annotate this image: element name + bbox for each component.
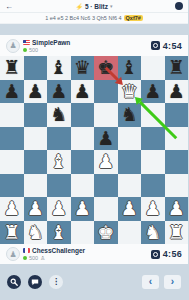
square-b7[interactable]: ♟ (24, 80, 48, 104)
piece-black-pawn: ♟ (27, 80, 44, 104)
square-b6[interactable] (24, 103, 48, 127)
square-d3[interactable] (71, 174, 95, 198)
square-h6[interactable] (165, 103, 189, 127)
back-arrow-icon[interactable]: ← (5, 0, 13, 13)
square-d6[interactable] (71, 103, 95, 127)
square-c2[interactable]: ♟ (47, 197, 71, 221)
piece-black-pawn: ♟ (50, 80, 67, 104)
square-g4[interactable] (141, 150, 165, 174)
square-g2[interactable]: ♟ (141, 197, 165, 221)
clock-icon (151, 250, 160, 259)
opponent-player-row: ♟ SimplePawn 500 4:54 (0, 35, 188, 56)
square-b2[interactable]: ♟ (24, 197, 48, 221)
piece-black-knight: ♞ (50, 103, 67, 127)
square-f2[interactable]: ♟ (118, 197, 142, 221)
player-time: 4:56 (163, 249, 182, 259)
square-d7[interactable]: ♟ (71, 80, 95, 104)
piece-white-pawn: ♟ (97, 150, 114, 174)
square-e8[interactable]: ♚ (94, 56, 118, 80)
square-g7[interactable]: ♟ (141, 80, 165, 104)
player-avatar[interactable]: ♟ (6, 247, 20, 261)
piece-white-pawn: ♟ (121, 197, 138, 221)
square-f3[interactable] (118, 174, 142, 198)
square-h2[interactable]: ♟ (165, 197, 189, 221)
app-bar: ← ⚡ 5 · Blitz ▾ (0, 0, 188, 13)
square-c7[interactable]: ♟ (47, 80, 71, 104)
more-options-icon[interactable] (175, 2, 183, 10)
square-a5[interactable] (0, 127, 24, 151)
square-e4[interactable]: ♟ (94, 150, 118, 174)
square-h4[interactable] (165, 150, 189, 174)
square-e5[interactable]: ♟ (94, 127, 118, 151)
game-type-title: 5 · Blitz (85, 3, 108, 10)
square-a8[interactable]: ♜ (0, 56, 24, 80)
player-flag-icon (23, 248, 30, 253)
chat-button[interactable] (28, 275, 42, 289)
piece-black-pawn: ♟ (3, 80, 20, 104)
clock-icon (151, 41, 160, 50)
square-g3[interactable] (141, 174, 165, 198)
piece-black-bishop: ♝ (50, 56, 67, 80)
piece-black-bishop: ♝ (121, 56, 138, 80)
opponent-rating: 500 (29, 47, 38, 53)
square-a2[interactable]: ♟ (0, 197, 24, 221)
square-f6[interactable]: ♞ (118, 103, 142, 127)
piece-white-king: ♚ (97, 221, 114, 245)
vertical-dots-icon: ⋮ (52, 275, 60, 289)
square-d2[interactable]: ♟ (71, 197, 95, 221)
piece-white-bishop: ♝ (50, 150, 67, 174)
piece-white-pawn: ♟ (74, 197, 91, 221)
square-d8[interactable]: ♛ (71, 56, 95, 80)
piece-white-pawn: ♟ (168, 197, 185, 221)
pawn-icon: ♙ (40, 256, 45, 261)
chat-bubble-icon (31, 278, 39, 286)
square-b3[interactable] (24, 174, 48, 198)
square-a4[interactable] (0, 150, 24, 174)
square-d4[interactable] (71, 150, 95, 174)
piece-white-pawn: ♟ (144, 197, 161, 221)
square-b8[interactable] (24, 56, 48, 80)
online-status-dot (23, 48, 27, 52)
square-a1[interactable]: ♜ (0, 221, 24, 245)
spacer (0, 24, 188, 35)
square-d1[interactable] (71, 221, 95, 245)
current-move-highlight[interactable]: Qxf7# (124, 15, 143, 21)
opponent-flag-icon (23, 40, 30, 45)
square-h3[interactable] (165, 174, 189, 198)
game-type-selector[interactable]: ⚡ 5 · Blitz ▾ (75, 3, 112, 10)
square-g6[interactable] (141, 103, 165, 127)
piece-black-king: ♚ (97, 56, 114, 80)
piece-white-rook: ♜ (168, 221, 185, 245)
piece-black-pawn: ♟ (168, 80, 185, 104)
move-list[interactable]: 1 e4 e5 2 Bc4 Nc6 3 Qh5 Nf6 4 Qxf7# (0, 13, 188, 24)
player-rating: 500 (29, 255, 38, 261)
bottom-toolbar: ⋮ ‹ › (0, 264, 188, 300)
square-c3[interactable] (47, 174, 71, 198)
piece-black-rook: ♜ (3, 56, 20, 80)
square-a3[interactable] (0, 174, 24, 198)
square-c5[interactable] (47, 127, 71, 151)
player-name[interactable]: ChessChallenger (32, 247, 85, 254)
opponent-clock: 4:54 (151, 41, 182, 51)
blitz-bolt-icon: ⚡ (75, 3, 83, 10)
square-g1[interactable]: ♞ (141, 221, 165, 245)
square-f4[interactable] (118, 150, 142, 174)
square-b5[interactable] (24, 127, 48, 151)
square-e3[interactable] (94, 174, 118, 198)
square-c6[interactable]: ♞ (47, 103, 71, 127)
piece-white-bishop: ♝ (50, 221, 67, 245)
piece-black-queen: ♛ (74, 56, 91, 80)
square-f5[interactable] (118, 127, 142, 151)
piece-black-pawn: ♟ (144, 80, 161, 104)
opponent-name[interactable]: SimplePawn (32, 39, 70, 46)
square-d5[interactable] (71, 127, 95, 151)
online-status-dot (23, 256, 27, 260)
square-b4[interactable] (24, 150, 48, 174)
piece-black-knight: ♞ (121, 103, 138, 127)
square-e1[interactable]: ♚ (94, 221, 118, 245)
square-a7[interactable]: ♟ (0, 80, 24, 104)
moves-text: 1 e4 e5 2 Bc4 Nc6 3 Qh5 Nf6 4 (45, 15, 121, 21)
square-g5[interactable] (141, 127, 165, 151)
square-c4[interactable]: ♝ (47, 150, 71, 174)
opponent-avatar[interactable]: ♟ (6, 39, 20, 53)
piece-white-queen: ♛ (121, 80, 138, 104)
piece-white-pawn: ♟ (3, 197, 20, 221)
square-e6[interactable] (94, 103, 118, 127)
chevron-down-icon: ▾ (110, 3, 113, 9)
square-a6[interactable] (0, 103, 24, 127)
magnifier-icon (10, 278, 18, 286)
piece-white-pawn: ♟ (27, 197, 44, 221)
piece-black-pawn: ♟ (97, 127, 114, 151)
square-f7[interactable]: ♛ (118, 80, 142, 104)
square-h5[interactable] (165, 127, 189, 151)
piece-black-rook: ♜ (168, 56, 185, 80)
piece-white-knight: ♞ (144, 221, 161, 245)
square-h1[interactable]: ♜ (165, 221, 189, 245)
square-h8[interactable]: ♜ (165, 56, 189, 80)
player-row: ♟ ChessChallenger 500 ♙ 4:56 (0, 244, 188, 264)
square-f1[interactable] (118, 221, 142, 245)
square-e2[interactable] (94, 197, 118, 221)
square-b1[interactable]: ♞ (24, 221, 48, 245)
piece-white-rook: ♜ (3, 221, 20, 245)
square-e7[interactable] (94, 80, 118, 104)
player-clock: 4:56 (151, 249, 182, 259)
square-g8[interactable] (141, 56, 165, 80)
analysis-button[interactable] (7, 275, 21, 289)
next-move-button[interactable]: › (164, 275, 181, 289)
piece-white-knight: ♞ (27, 221, 44, 245)
opponent-time: 4:54 (163, 41, 182, 51)
piece-black-pawn: ♟ (74, 80, 91, 104)
prev-move-button[interactable]: ‹ (142, 275, 159, 289)
square-c1[interactable]: ♝ (47, 221, 71, 245)
chess-board[interactable]: ♜♝♛♚♝♜♟♟♟♟♛♟♟♞♞♟♝♟♟♟♟♟♟♟♟♜♞♝♚♞♜ (0, 56, 188, 244)
menu-button[interactable]: ⋮ (49, 275, 63, 289)
square-h7[interactable]: ♟ (165, 80, 189, 104)
piece-white-pawn: ♟ (50, 197, 67, 221)
square-c8[interactable]: ♝ (47, 56, 71, 80)
square-f8[interactable]: ♝ (118, 56, 142, 80)
